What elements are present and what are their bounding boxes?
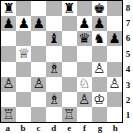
- chess-board: ♜♜♚♟♟♟♟♟♝♛♞♟♕♗♙♙♙♘♙♗♙♔♖♖: [0, 0, 123, 123]
- square-e1[interactable]: ♖: [62, 107, 77, 122]
- square-b1[interactable]: [16, 107, 31, 122]
- white-knight: ♘: [78, 77, 90, 91]
- square-h5[interactable]: [107, 46, 122, 61]
- white-pawn: ♙: [93, 62, 105, 76]
- black-rook: ♜: [3, 1, 15, 15]
- square-e5[interactable]: [62, 46, 77, 61]
- square-f8[interactable]: [77, 1, 92, 16]
- square-h2[interactable]: [107, 92, 122, 107]
- square-d7[interactable]: [46, 16, 61, 31]
- square-a8[interactable]: ♜: [1, 1, 16, 16]
- white-pawn: ♙: [108, 77, 120, 91]
- file-label-g: g: [92, 123, 107, 133]
- file-label-d: d: [46, 123, 61, 133]
- square-h4[interactable]: [107, 62, 122, 77]
- square-f5[interactable]: [77, 46, 92, 61]
- square-h1[interactable]: [107, 107, 122, 122]
- square-h8[interactable]: [107, 1, 122, 16]
- square-f2[interactable]: ♙: [77, 92, 92, 107]
- square-c4[interactable]: [31, 62, 46, 77]
- rank-label-2: 2: [123, 92, 133, 107]
- rank-label-4: 4: [123, 62, 133, 77]
- square-b8[interactable]: [16, 1, 31, 16]
- square-h3[interactable]: ♙: [107, 77, 122, 92]
- black-bishop: ♝: [48, 32, 60, 46]
- square-b6[interactable]: [16, 31, 31, 46]
- square-a4[interactable]: [1, 62, 16, 77]
- square-f1[interactable]: [77, 107, 92, 122]
- square-g8[interactable]: ♚: [92, 1, 107, 16]
- square-b3[interactable]: [16, 77, 31, 92]
- square-e2[interactable]: [62, 92, 77, 107]
- rank-label-3: 3: [123, 77, 133, 92]
- black-pawn: ♟: [18, 16, 30, 30]
- square-c2[interactable]: [31, 92, 46, 107]
- square-a6[interactable]: [1, 31, 16, 46]
- file-label-c: c: [31, 123, 46, 133]
- square-g5[interactable]: [92, 46, 107, 61]
- square-h6[interactable]: ♟: [107, 31, 122, 46]
- rank-label-5: 5: [123, 46, 133, 61]
- square-a2[interactable]: [1, 92, 16, 107]
- square-g2[interactable]: ♔: [92, 92, 107, 107]
- square-e7[interactable]: [62, 16, 77, 31]
- white-bishop: ♗: [48, 92, 60, 106]
- file-label-f: f: [77, 123, 92, 133]
- black-knight: ♞: [93, 32, 105, 46]
- white-queen: ♕: [18, 47, 30, 61]
- file-label-h: h: [108, 123, 123, 133]
- square-d2[interactable]: ♗: [46, 92, 61, 107]
- square-f6[interactable]: ♛: [77, 31, 92, 46]
- white-rook: ♖: [63, 107, 75, 121]
- white-pawn: ♙: [78, 92, 90, 106]
- square-d5[interactable]: [46, 46, 61, 61]
- square-c5[interactable]: [31, 46, 46, 61]
- rank-label-8: 8: [123, 0, 133, 15]
- square-f3[interactable]: ♘: [77, 77, 92, 92]
- square-g6[interactable]: ♞: [92, 31, 107, 46]
- square-e6[interactable]: [62, 31, 77, 46]
- black-pawn: ♟: [108, 32, 120, 46]
- square-e3[interactable]: [62, 77, 77, 92]
- square-d3[interactable]: [46, 77, 61, 92]
- file-label-e: e: [62, 123, 77, 133]
- square-d8[interactable]: [46, 1, 61, 16]
- file-labels: abcdefgh: [0, 123, 123, 133]
- square-a7[interactable]: ♟: [1, 16, 16, 31]
- black-pawn: ♟: [3, 16, 15, 30]
- square-g1[interactable]: [92, 107, 107, 122]
- square-a1[interactable]: ♖: [1, 107, 16, 122]
- square-g4[interactable]: ♙: [92, 62, 107, 77]
- square-b5[interactable]: ♕: [16, 46, 31, 61]
- black-pawn: ♟: [33, 16, 45, 30]
- file-label-b: b: [15, 123, 30, 133]
- square-e4[interactable]: [62, 62, 77, 77]
- rank-label-6: 6: [123, 31, 133, 46]
- rank-labels: 87654321: [123, 0, 133, 123]
- square-b2[interactable]: [16, 92, 31, 107]
- square-c8[interactable]: [31, 1, 46, 16]
- rank-label-1: 1: [123, 108, 133, 123]
- black-pawn: ♟: [78, 16, 90, 30]
- square-b4[interactable]: [16, 62, 31, 77]
- white-king: ♔: [93, 92, 105, 106]
- black-pawn: ♟: [93, 16, 105, 30]
- square-a5[interactable]: [1, 46, 16, 61]
- square-g3[interactable]: [92, 77, 107, 92]
- square-d4[interactable]: ♗: [46, 62, 61, 77]
- white-rook: ♖: [3, 107, 15, 121]
- white-bishop: ♗: [48, 62, 60, 76]
- square-c3[interactable]: ♙: [31, 77, 46, 92]
- chess-diagram: ♜♜♚♟♟♟♟♟♝♛♞♟♕♗♙♙♙♘♙♗♙♔♖♖ 87654321 abcdef…: [0, 0, 133, 133]
- square-g7[interactable]: ♟: [92, 16, 107, 31]
- black-king: ♚: [93, 1, 105, 15]
- square-d6[interactable]: ♝: [46, 31, 61, 46]
- square-e8[interactable]: ♜: [62, 1, 77, 16]
- white-pawn: ♙: [3, 77, 15, 91]
- square-h7[interactable]: [107, 16, 122, 31]
- square-f7[interactable]: ♟: [77, 16, 92, 31]
- black-queen: ♛: [78, 32, 90, 46]
- square-a3[interactable]: ♙: [1, 77, 16, 92]
- square-d1[interactable]: [46, 107, 61, 122]
- square-b7[interactable]: ♟: [16, 16, 31, 31]
- square-c7[interactable]: ♟: [31, 16, 46, 31]
- square-f4[interactable]: [77, 62, 92, 77]
- rank-label-7: 7: [123, 15, 133, 30]
- black-rook: ♜: [63, 1, 75, 15]
- white-pawn: ♙: [33, 77, 45, 91]
- square-c1[interactable]: [31, 107, 46, 122]
- file-label-a: a: [0, 123, 15, 133]
- square-c6[interactable]: [31, 31, 46, 46]
